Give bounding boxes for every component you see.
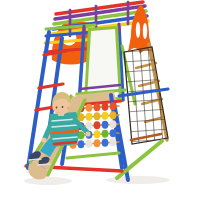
toddler-ear xyxy=(67,106,71,110)
abacus-bead xyxy=(110,120,117,128)
toddler-eye xyxy=(56,107,58,109)
abacus-bead xyxy=(94,112,101,120)
toddler-eye xyxy=(62,106,64,108)
abacus-bead xyxy=(102,130,109,138)
lower-rung-green xyxy=(67,153,119,158)
abacus-bead xyxy=(78,140,85,148)
abacus-bead xyxy=(110,102,117,110)
abacus-bead xyxy=(110,129,117,137)
abacus-bead xyxy=(94,130,101,138)
play-gym-illustration xyxy=(0,0,200,200)
abacus-bead xyxy=(102,121,109,129)
abacus-bead xyxy=(94,103,101,111)
rocket-slot xyxy=(143,23,147,39)
toddler-left-hand xyxy=(42,138,47,143)
abacus-bead xyxy=(86,104,93,112)
floor-shadow xyxy=(24,177,72,185)
product-photo xyxy=(0,0,200,200)
rocket-slot xyxy=(136,22,140,38)
abacus-bead xyxy=(102,112,109,120)
shoe-sole xyxy=(29,159,41,160)
shoe-sole xyxy=(38,164,50,165)
abacus-bead xyxy=(86,113,93,121)
abacus-bead xyxy=(110,111,117,119)
abacus-bead xyxy=(102,139,109,147)
abacus-bead xyxy=(94,121,101,129)
abacus-bead xyxy=(86,140,93,148)
abacus-bead xyxy=(110,138,117,146)
abacus-bead xyxy=(102,103,109,111)
toddler-right-hand xyxy=(85,131,90,136)
net-assembly xyxy=(119,44,168,144)
abacus-bead xyxy=(94,139,101,147)
